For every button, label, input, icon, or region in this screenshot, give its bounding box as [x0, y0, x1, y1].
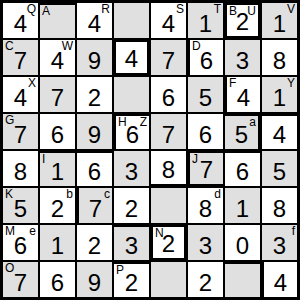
cell-value: 4	[274, 271, 287, 297]
cell-r2c4[interactable]: 6	[150, 76, 187, 113]
cell-r3c6[interactable]: a5	[224, 113, 261, 150]
cell-value: 1	[51, 160, 64, 186]
cell-value: 4	[125, 47, 138, 73]
cell-r5c7[interactable]: 8	[261, 187, 298, 224]
cell-corner-label-top-left: G	[5, 114, 14, 127]
cell-r1c2[interactable]: 9	[76, 39, 113, 76]
cell-value: 9	[88, 49, 101, 75]
cell-r7c5[interactable]: 2	[187, 261, 224, 298]
cell-value: 2	[88, 86, 101, 112]
cell-value: 7	[14, 49, 27, 75]
cell-value: 6	[14, 234, 27, 260]
cell-value: 2	[51, 197, 64, 223]
cell-r5c1[interactable]: b2	[39, 187, 76, 224]
cell-value: 2	[88, 234, 101, 260]
cell-r7c0[interactable]: O7	[2, 261, 39, 298]
cell-r4c5[interactable]: J7	[187, 150, 224, 187]
cell-corner-label-top-left: F	[229, 77, 236, 90]
cell-r4c7[interactable]: 5	[261, 150, 298, 187]
cell-r1c4[interactable]: 7	[150, 39, 187, 76]
cell-corner-label-top-right: V	[287, 3, 295, 16]
cell-value: 7	[162, 49, 175, 75]
cell-r7c4[interactable]	[150, 261, 187, 298]
cell-corner-label-top-right: e	[29, 225, 36, 238]
cell-r3c0[interactable]: G7	[2, 113, 39, 150]
cell-r2c7[interactable]: Y1	[261, 76, 298, 113]
cell-r0c3[interactable]	[113, 2, 150, 39]
cell-corner-label-top-left: M	[5, 225, 15, 238]
cell-r3c3[interactable]: HZ6	[113, 113, 150, 150]
cell-r4c3[interactable]: 3	[113, 150, 150, 187]
cell-corner-label-top-right: c	[104, 188, 110, 201]
cell-value: 3	[125, 234, 138, 260]
cell-corner-label-top-left: C	[5, 40, 14, 53]
cell-value: 5	[14, 197, 27, 223]
cell-value: 6	[199, 123, 212, 149]
cell-value: 2	[162, 232, 175, 258]
cell-corner-label-top-left: B	[229, 5, 237, 18]
cell-corner-label-top-right: W	[62, 40, 73, 53]
cell-value: 4	[88, 12, 101, 38]
cell-value: 6	[236, 160, 249, 186]
cell-corner-label-top-right: b	[66, 188, 73, 201]
cell-r3c4[interactable]: 7	[150, 113, 187, 150]
cell-value: 6	[51, 123, 64, 149]
cell-corner-label-top-right: a	[249, 116, 256, 129]
cell-r2c3[interactable]	[113, 76, 150, 113]
cell-value: 9	[88, 271, 101, 297]
cell-r6c6[interactable]: 0	[224, 224, 261, 261]
cell-r1c0[interactable]: C7	[2, 39, 39, 76]
cell-value: 7	[14, 271, 27, 297]
cell-corner-label-top-left: O	[5, 262, 14, 275]
cell-value: 4	[14, 12, 27, 38]
cell-corner-label-top-right: X	[28, 77, 36, 90]
cell-corner-label-top-right: Y	[287, 77, 295, 90]
cell-r3c5[interactable]: 6	[187, 113, 224, 150]
cell-r0c5[interactable]: T1	[187, 2, 224, 39]
cell-corner-label-top-right: U	[247, 5, 256, 18]
cell-corner-label-top-left: H	[118, 116, 127, 129]
cell-r6c2[interactable]: 2	[76, 224, 113, 261]
cell-value: 8	[199, 197, 212, 223]
cell-r1c3[interactable]: 4	[113, 39, 150, 76]
cell-r5c6[interactable]: 1	[224, 187, 261, 224]
cell-corner-label-top-right: S	[176, 3, 184, 16]
cell-corner-label-top-left: N	[155, 227, 164, 240]
cell-r6c0[interactable]: Me6	[2, 224, 39, 261]
cell-r0c1[interactable]: A	[39, 2, 76, 39]
cell-r3c7[interactable]: 4	[261, 113, 298, 150]
cell-r5c3[interactable]: 2	[113, 187, 150, 224]
cell-value: 8	[14, 160, 27, 186]
cell-r2c1[interactable]: 7	[39, 76, 76, 113]
cell-r4c6[interactable]: 6	[224, 150, 261, 187]
cell-corner-label-top-left: I	[42, 153, 45, 166]
cell-value: 5	[235, 123, 248, 149]
cell-value: 5	[199, 86, 212, 112]
cell-r5c5[interactable]: d8	[187, 187, 224, 224]
cell-value: 6	[200, 49, 213, 75]
cell-r1c5[interactable]: D6	[187, 39, 224, 76]
cell-r7c6[interactable]	[224, 261, 261, 298]
cell-value: 1	[199, 12, 212, 38]
cell-value: 2	[125, 197, 138, 223]
cell-r0c6[interactable]: BU2	[224, 2, 261, 39]
cell-value: 3	[199, 234, 212, 260]
cell-r6c5[interactable]: 3	[187, 224, 224, 261]
cell-corner-label-top-right: d	[214, 188, 221, 201]
cell-corner-label-top-left: P	[116, 264, 124, 277]
cell-value: 1	[51, 234, 64, 260]
board: Q4AR4S4T1BU2V1C7W4947D638X47265F4Y1G769H…	[0, 0, 300, 300]
cell-corner-label-top-left: K	[5, 188, 13, 201]
cell-value: 6	[88, 160, 101, 186]
cell-r4c1[interactable]: I1	[39, 150, 76, 187]
cell-r4c2[interactable]: 6	[76, 150, 113, 187]
cell-value: 6	[126, 123, 139, 149]
cell-r1c1[interactable]: W4	[39, 39, 76, 76]
cell-r4c4[interactable]: 8	[150, 150, 187, 187]
cell-r4c0[interactable]: 8	[2, 150, 39, 187]
cell-r0c0[interactable]: Q4	[2, 2, 39, 39]
cell-r6c1[interactable]: 1	[39, 224, 76, 261]
cell-value: 4	[237, 86, 250, 112]
cell-value: 2	[125, 271, 138, 297]
cell-r6c3[interactable]: 3	[113, 224, 150, 261]
cell-value: 5	[273, 160, 286, 186]
cell-value: 7	[162, 123, 175, 149]
cell-r3c1[interactable]: 6	[39, 113, 76, 150]
cell-r6c7[interactable]: f3	[261, 224, 298, 261]
cell-value: 4	[14, 86, 27, 112]
cell-value: 1	[273, 86, 286, 112]
cell-r3c2[interactable]: 9	[76, 113, 113, 150]
cell-value: 7	[14, 123, 27, 149]
cell-value: 7	[51, 86, 64, 112]
cell-corner-label-top-right: R	[101, 3, 110, 16]
cell-r1c6[interactable]: 3	[224, 39, 261, 76]
cell-r5c4[interactable]	[150, 187, 187, 224]
cell-value: 8	[273, 49, 286, 75]
cell-value: 3	[273, 234, 286, 260]
cell-r6c4[interactable]: N2	[150, 224, 187, 261]
cell-value: 8	[162, 158, 175, 184]
cell-value: 8	[273, 197, 286, 223]
cell-value: 1	[236, 197, 249, 223]
cell-value: 9	[88, 123, 101, 149]
cell-value: 6	[162, 86, 175, 112]
cell-value: 4	[162, 12, 175, 38]
cell-value: 3	[236, 49, 249, 75]
cell-corner-label-top-right: T	[214, 3, 221, 16]
cell-r0c2[interactable]: R4	[76, 2, 113, 39]
cell-value: 7	[200, 158, 213, 184]
cell-corner-label-top-left: A	[42, 5, 50, 18]
cell-value: 3	[125, 160, 138, 186]
cell-r2c6[interactable]: F4	[224, 76, 261, 113]
cell-r2c0[interactable]: X4	[2, 76, 39, 113]
cell-r7c3[interactable]: P2	[113, 261, 150, 298]
cell-corner-label-top-left: J	[192, 153, 198, 166]
cell-r0c7[interactable]: V1	[261, 2, 298, 39]
cell-r7c7[interactable]: 4	[261, 261, 298, 298]
cell-corner-label-top-right: Z	[140, 116, 147, 129]
cell-r2c5[interactable]: 5	[187, 76, 224, 113]
cell-corner-label-top-right: f	[292, 225, 295, 238]
cell-value: 7	[89, 197, 102, 223]
cell-r5c0[interactable]: K5	[2, 187, 39, 224]
cell-corner-label-top-right: Q	[27, 3, 36, 16]
cell-r2c2[interactable]: 2	[76, 76, 113, 113]
cell-value: 6	[51, 271, 64, 297]
cell-corner-label-top-left: D	[192, 40, 201, 53]
cell-value: 0	[236, 234, 249, 260]
cell-r0c4[interactable]: S4	[150, 2, 187, 39]
cell-r7c2[interactable]: 9	[76, 261, 113, 298]
cell-value: 1	[273, 12, 286, 38]
cell-r7c1[interactable]: 6	[39, 261, 76, 298]
cell-r1c7[interactable]: 8	[261, 39, 298, 76]
cell-r5c2[interactable]: c7	[76, 187, 113, 224]
cell-value: 2	[199, 271, 212, 297]
cell-value: 4	[273, 123, 286, 149]
